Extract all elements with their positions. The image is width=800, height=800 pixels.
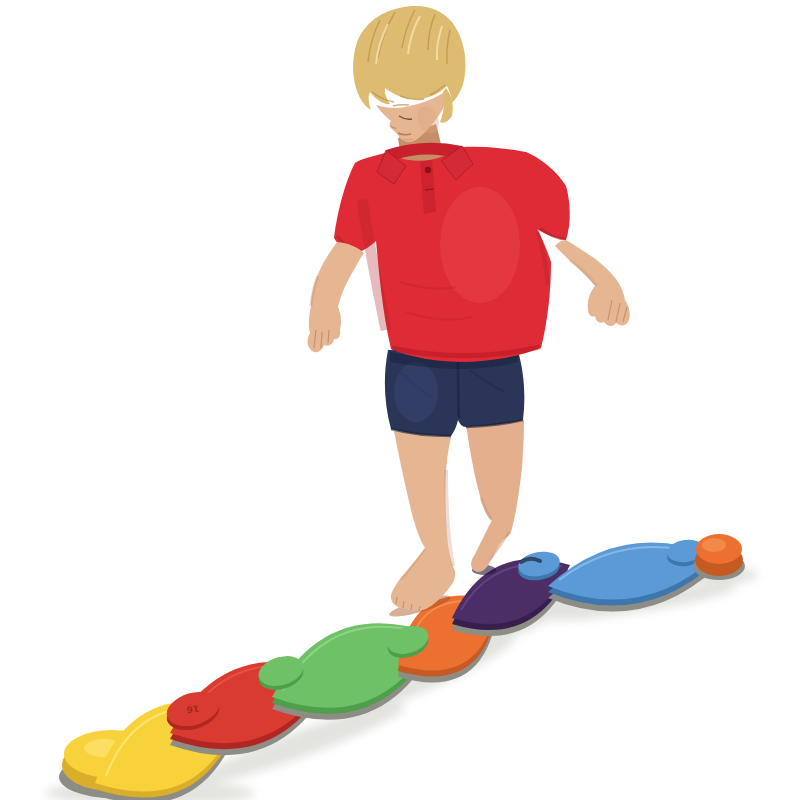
scene: 16: [0, 0, 800, 800]
red-tab-number: 16: [186, 703, 200, 715]
product-photo: 16: [0, 0, 800, 800]
button: [425, 167, 431, 173]
navy-shorts: [385, 350, 525, 436]
segment-orange-endcap: [693, 534, 745, 580]
